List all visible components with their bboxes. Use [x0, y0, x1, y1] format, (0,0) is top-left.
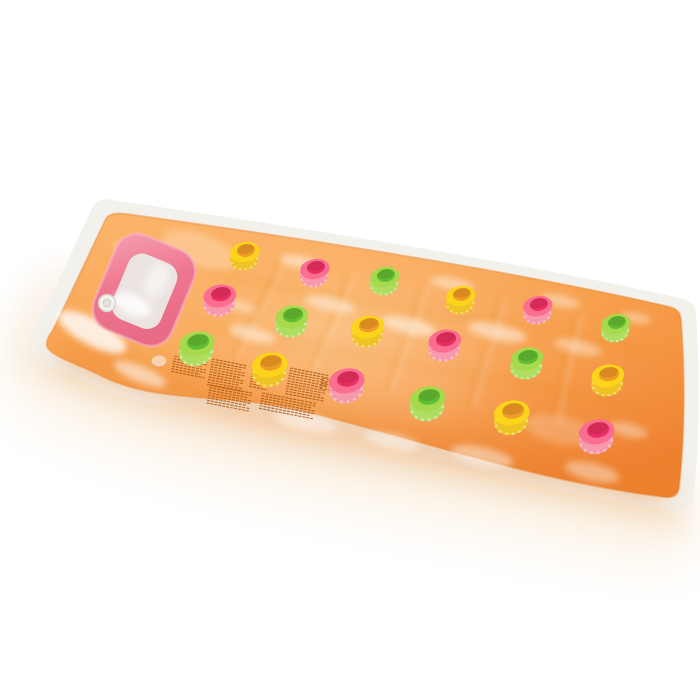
secondary-valve	[152, 356, 166, 366]
air-valve	[99, 295, 116, 312]
product-photo	[0, 0, 700, 700]
pool-lounger-scene	[0, 0, 700, 700]
